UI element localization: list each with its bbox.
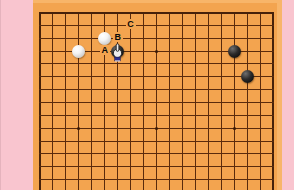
grid-line-horizontal bbox=[39, 63, 275, 64]
grid-line-horizontal bbox=[39, 179, 275, 180]
stone-black bbox=[241, 70, 254, 83]
star-point bbox=[77, 127, 80, 130]
hand-cursor-icon bbox=[111, 43, 124, 62]
move-label-a[interactable]: A bbox=[100, 45, 110, 55]
grid-line-horizontal bbox=[39, 102, 275, 103]
stone-white bbox=[72, 45, 85, 58]
page-background: ABC bbox=[0, 0, 294, 190]
grid-line-horizontal bbox=[39, 166, 275, 167]
stone-white bbox=[98, 32, 111, 45]
grid-line-horizontal bbox=[39, 141, 275, 142]
grid-line-horizontal bbox=[39, 38, 275, 39]
star-point bbox=[155, 50, 158, 53]
stone-black bbox=[228, 45, 241, 58]
grid-line-horizontal bbox=[39, 89, 275, 90]
move-label-b[interactable]: B bbox=[113, 32, 123, 42]
grid-line-horizontal bbox=[39, 115, 275, 116]
grid-line-horizontal bbox=[39, 25, 275, 26]
grid-line-horizontal bbox=[39, 12, 275, 14]
grid-line-horizontal bbox=[39, 153, 275, 154]
go-board[interactable]: ABC bbox=[33, 0, 282, 190]
move-label-c[interactable]: C bbox=[126, 19, 136, 29]
star-point bbox=[233, 127, 236, 130]
star-point bbox=[155, 127, 158, 130]
grid-line-horizontal bbox=[39, 76, 275, 77]
